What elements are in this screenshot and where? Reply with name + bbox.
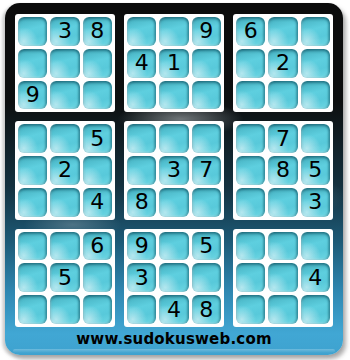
cell-r3c3[interactable] (83, 81, 112, 110)
cell-r6c6[interactable] (192, 188, 221, 217)
cell-r4c7[interactable] (236, 124, 265, 153)
cell-r3c1[interactable]: 9 (18, 81, 47, 110)
cell-r7c6[interactable]: 5 (192, 232, 221, 261)
cell-r8c5[interactable] (159, 263, 188, 292)
cell-r3c4[interactable] (127, 81, 156, 110)
cell-r5c4[interactable] (127, 156, 156, 185)
cell-r8c4[interactable]: 3 (127, 263, 156, 292)
cell-r2c4[interactable]: 4 (127, 49, 156, 78)
cell-r9c5[interactable]: 4 (159, 295, 188, 324)
box-8: 95348 (124, 229, 224, 327)
cell-r9c8[interactable] (268, 295, 297, 324)
cell-r7c7[interactable] (236, 232, 265, 261)
cell-r2c7[interactable] (236, 49, 265, 78)
cell-r8c1[interactable] (18, 263, 47, 292)
cell-r6c5[interactable] (159, 188, 188, 217)
cell-r7c4[interactable]: 9 (127, 232, 156, 261)
cell-r6c4[interactable]: 8 (127, 188, 156, 217)
cell-r3c6[interactable] (192, 81, 221, 110)
cell-r5c9[interactable]: 5 (301, 156, 330, 185)
cell-r2c2[interactable] (50, 49, 79, 78)
cell-r3c9[interactable] (301, 81, 330, 110)
cell-r2c9[interactable] (301, 49, 330, 78)
cell-r4c5[interactable] (159, 124, 188, 153)
cell-r1c3[interactable]: 8 (83, 17, 112, 46)
cell-r6c9[interactable]: 3 (301, 188, 330, 217)
box-5: 378 (124, 121, 224, 219)
cell-r8c9[interactable]: 4 (301, 263, 330, 292)
box-9: 4 (233, 229, 333, 327)
cell-r9c3[interactable] (83, 295, 112, 324)
cell-r9c6[interactable]: 8 (192, 295, 221, 324)
sudoku-page: 38994162524378785365953484 www.sudokuswe… (0, 0, 350, 360)
cell-r1c6[interactable]: 9 (192, 17, 221, 46)
cell-r5c5[interactable]: 3 (159, 156, 188, 185)
cell-r1c1[interactable] (18, 17, 47, 46)
cell-r4c8[interactable]: 7 (268, 124, 297, 153)
cell-r2c8[interactable]: 2 (268, 49, 297, 78)
footer-bar: www.sudokusweb.com (5, 329, 343, 348)
cell-r7c9[interactable] (301, 232, 330, 261)
box-3: 62 (233, 14, 333, 112)
cell-r7c1[interactable] (18, 232, 47, 261)
cell-r4c4[interactable] (127, 124, 156, 153)
cell-r9c2[interactable] (50, 295, 79, 324)
cell-r2c5[interactable]: 1 (159, 49, 188, 78)
cell-r6c1[interactable] (18, 188, 47, 217)
cell-r3c5[interactable] (159, 81, 188, 110)
cell-r5c2[interactable]: 2 (50, 156, 79, 185)
cell-r7c3[interactable]: 6 (83, 232, 112, 261)
cell-r9c9[interactable] (301, 295, 330, 324)
cell-r5c3[interactable] (83, 156, 112, 185)
cell-r9c4[interactable] (127, 295, 156, 324)
cell-r6c3[interactable]: 4 (83, 188, 112, 217)
cell-r3c8[interactable] (268, 81, 297, 110)
cell-r4c6[interactable] (192, 124, 221, 153)
cell-r1c7[interactable]: 6 (236, 17, 265, 46)
cell-r8c2[interactable]: 5 (50, 263, 79, 292)
cell-r2c6[interactable] (192, 49, 221, 78)
cell-r5c8[interactable]: 8 (268, 156, 297, 185)
cell-r4c9[interactable] (301, 124, 330, 153)
cell-r9c7[interactable] (236, 295, 265, 324)
cell-r1c8[interactable] (268, 17, 297, 46)
cell-r4c1[interactable] (18, 124, 47, 153)
box-2: 941 (124, 14, 224, 112)
cell-r1c4[interactable] (127, 17, 156, 46)
cell-r4c3[interactable]: 5 (83, 124, 112, 153)
box-7: 65 (15, 229, 115, 327)
cell-r8c3[interactable] (83, 263, 112, 292)
sudoku-board: 38994162524378785365953484 (15, 14, 333, 327)
footer-url[interactable]: www.sudokusweb.com (76, 330, 271, 348)
cell-r2c3[interactable] (83, 49, 112, 78)
cell-r8c6[interactable] (192, 263, 221, 292)
cell-r8c8[interactable] (268, 263, 297, 292)
cell-r2c1[interactable] (18, 49, 47, 78)
cell-r6c7[interactable] (236, 188, 265, 217)
cell-r1c5[interactable] (159, 17, 188, 46)
cell-r7c2[interactable] (50, 232, 79, 261)
cell-r6c2[interactable] (50, 188, 79, 217)
cell-r8c7[interactable] (236, 263, 265, 292)
cell-r3c7[interactable] (236, 81, 265, 110)
cell-r5c6[interactable]: 7 (192, 156, 221, 185)
box-6: 7853 (233, 121, 333, 219)
box-1: 389 (15, 14, 115, 112)
cell-r7c8[interactable] (268, 232, 297, 261)
cell-r1c9[interactable] (301, 17, 330, 46)
cell-r7c5[interactable] (159, 232, 188, 261)
cell-r6c8[interactable] (268, 188, 297, 217)
cell-r3c2[interactable] (50, 81, 79, 110)
cell-r5c7[interactable] (236, 156, 265, 185)
cell-r1c2[interactable]: 3 (50, 17, 79, 46)
cell-r5c1[interactable] (18, 156, 47, 185)
cell-r9c1[interactable] (18, 295, 47, 324)
board-frame: 38994162524378785365953484 www.sudokuswe… (5, 3, 343, 355)
cell-r4c2[interactable] (50, 124, 79, 153)
box-4: 524 (15, 121, 115, 219)
